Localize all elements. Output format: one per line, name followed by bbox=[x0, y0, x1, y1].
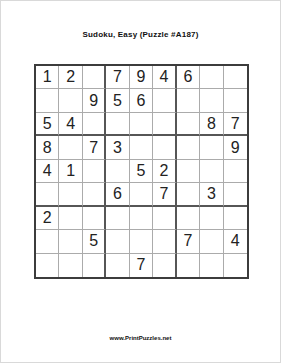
cell-r5c7-empty bbox=[177, 160, 200, 183]
cell-r6c6-given-7: 7 bbox=[153, 183, 176, 206]
cell-r6c1-empty bbox=[36, 183, 59, 206]
cell-r3c9-given-7: 7 bbox=[224, 113, 247, 136]
cell-r3c1-given-5: 5 bbox=[36, 113, 59, 136]
cell-r1c3-empty bbox=[83, 66, 106, 89]
cell-r3c7-empty bbox=[177, 113, 200, 136]
cell-r4c1-given-8: 8 bbox=[36, 136, 59, 159]
cell-r9c5-given-7: 7 bbox=[130, 254, 153, 277]
cell-r8c4-empty bbox=[106, 230, 129, 253]
cell-r5c3-empty bbox=[83, 160, 106, 183]
cell-r3c5-empty bbox=[130, 113, 153, 136]
cell-r3c6-empty bbox=[153, 113, 176, 136]
cell-r1c2-given-2: 2 bbox=[59, 66, 82, 89]
cell-r1c4-given-7: 7 bbox=[106, 66, 129, 89]
cell-r1c9-empty bbox=[224, 66, 247, 89]
cell-r7c7-empty bbox=[177, 207, 200, 230]
printable-puzzle-page: Sudoku, Easy (Puzzle #A187) 127946956548… bbox=[0, 0, 281, 363]
cell-r3c2-given-4: 4 bbox=[59, 113, 82, 136]
cell-r4c4-given-3: 3 bbox=[106, 136, 129, 159]
cell-r7c8-empty bbox=[200, 207, 223, 230]
cell-r5c9-empty bbox=[224, 160, 247, 183]
cell-r6c5-empty bbox=[130, 183, 153, 206]
puzzle-title: Sudoku, Easy (Puzzle #A187) bbox=[1, 30, 280, 39]
cell-r6c3-empty bbox=[83, 183, 106, 206]
cell-r6c4-given-6: 6 bbox=[106, 183, 129, 206]
cell-r8c6-empty bbox=[153, 230, 176, 253]
cell-r5c8-empty bbox=[200, 160, 223, 183]
cell-r8c7-given-7: 7 bbox=[177, 230, 200, 253]
cell-r3c4-empty bbox=[106, 113, 129, 136]
cell-r9c9-empty bbox=[224, 254, 247, 277]
cell-r2c7-empty bbox=[177, 89, 200, 112]
cell-r8c8-empty bbox=[200, 230, 223, 253]
cell-r9c8-empty bbox=[200, 254, 223, 277]
cell-r7c6-empty bbox=[153, 207, 176, 230]
cell-r4c3-given-7: 7 bbox=[83, 136, 106, 159]
cell-r9c6-empty bbox=[153, 254, 176, 277]
sudoku-board: 12794695654878739415267325747 bbox=[34, 64, 249, 279]
cell-r1c8-empty bbox=[200, 66, 223, 89]
cell-r4c2-empty bbox=[59, 136, 82, 159]
cell-r9c1-empty bbox=[36, 254, 59, 277]
cell-r5c5-given-5: 5 bbox=[130, 160, 153, 183]
cell-r6c8-given-3: 3 bbox=[200, 183, 223, 206]
cell-r1c5-given-9: 9 bbox=[130, 66, 153, 89]
cell-r1c7-given-6: 6 bbox=[177, 66, 200, 89]
cell-r2c1-empty bbox=[36, 89, 59, 112]
cell-r8c9-given-4: 4 bbox=[224, 230, 247, 253]
cell-r7c1-given-2: 2 bbox=[36, 207, 59, 230]
footer-url: www.PrintPuzzles.net bbox=[1, 335, 280, 341]
cell-r5c6-given-2: 2 bbox=[153, 160, 176, 183]
cell-r9c7-empty bbox=[177, 254, 200, 277]
cell-r9c3-empty bbox=[83, 254, 106, 277]
cell-r8c3-given-5: 5 bbox=[83, 230, 106, 253]
cell-r8c1-empty bbox=[36, 230, 59, 253]
cell-r5c4-empty bbox=[106, 160, 129, 183]
cell-r2c6-empty bbox=[153, 89, 176, 112]
cell-r7c4-empty bbox=[106, 207, 129, 230]
cell-r4c7-empty bbox=[177, 136, 200, 159]
cell-r4c6-empty bbox=[153, 136, 176, 159]
cell-r8c2-empty bbox=[59, 230, 82, 253]
cell-r2c8-empty bbox=[200, 89, 223, 112]
cell-r7c3-empty bbox=[83, 207, 106, 230]
cell-r4c9-given-9: 9 bbox=[224, 136, 247, 159]
cell-r1c6-given-4: 4 bbox=[153, 66, 176, 89]
cell-r6c7-empty bbox=[177, 183, 200, 206]
cell-r2c3-given-9: 9 bbox=[83, 89, 106, 112]
cell-r3c8-given-8: 8 bbox=[200, 113, 223, 136]
cell-r3c3-empty bbox=[83, 113, 106, 136]
cell-r6c9-empty bbox=[224, 183, 247, 206]
cell-r7c9-empty bbox=[224, 207, 247, 230]
cell-r7c5-empty bbox=[130, 207, 153, 230]
cell-r9c4-empty bbox=[106, 254, 129, 277]
cell-r1c1-given-1: 1 bbox=[36, 66, 59, 89]
cell-r9c2-empty bbox=[59, 254, 82, 277]
cell-r6c2-empty bbox=[59, 183, 82, 206]
cell-r4c5-empty bbox=[130, 136, 153, 159]
cell-r2c2-empty bbox=[59, 89, 82, 112]
cell-r2c5-given-6: 6 bbox=[130, 89, 153, 112]
cell-r5c2-given-1: 1 bbox=[59, 160, 82, 183]
cell-r7c2-empty bbox=[59, 207, 82, 230]
cell-r5c1-given-4: 4 bbox=[36, 160, 59, 183]
cell-r8c5-empty bbox=[130, 230, 153, 253]
cell-r4c8-empty bbox=[200, 136, 223, 159]
cell-r2c4-given-5: 5 bbox=[106, 89, 129, 112]
cell-r2c9-empty bbox=[224, 89, 247, 112]
